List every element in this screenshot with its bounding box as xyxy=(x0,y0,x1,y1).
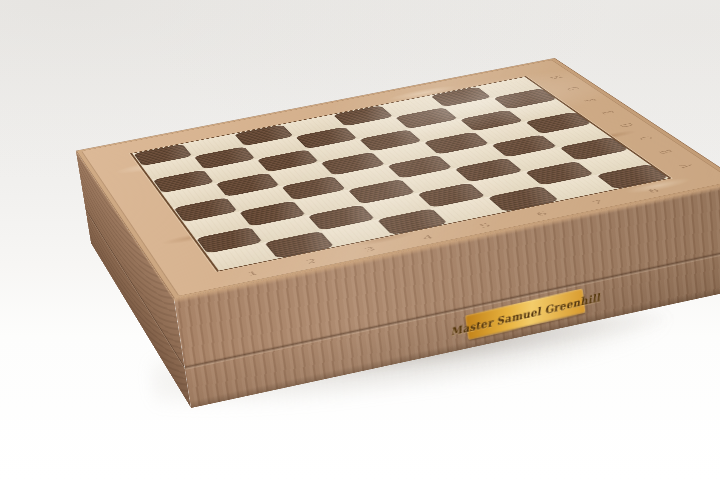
coord-label-b: B xyxy=(634,143,696,160)
coord-label-h: H xyxy=(528,70,583,84)
coord-label-d: D xyxy=(596,117,656,133)
coord-label-g: G xyxy=(544,81,600,96)
coord-label-f: F xyxy=(561,93,618,108)
photo-stage: 12345678 ABCDEFGH Master Samuel Greenhil… xyxy=(0,0,720,481)
coord-label-e: E xyxy=(578,105,636,120)
coord-label-a: A xyxy=(654,157,717,174)
coord-label-c: C xyxy=(615,130,676,146)
scene: 12345678 ABCDEFGH Master Samuel Greenhil… xyxy=(0,0,720,481)
plaque-text: Master Samuel Greenhill xyxy=(450,291,601,337)
chess-box: 12345678 ABCDEFGH Master Samuel Greenhil… xyxy=(120,114,650,318)
